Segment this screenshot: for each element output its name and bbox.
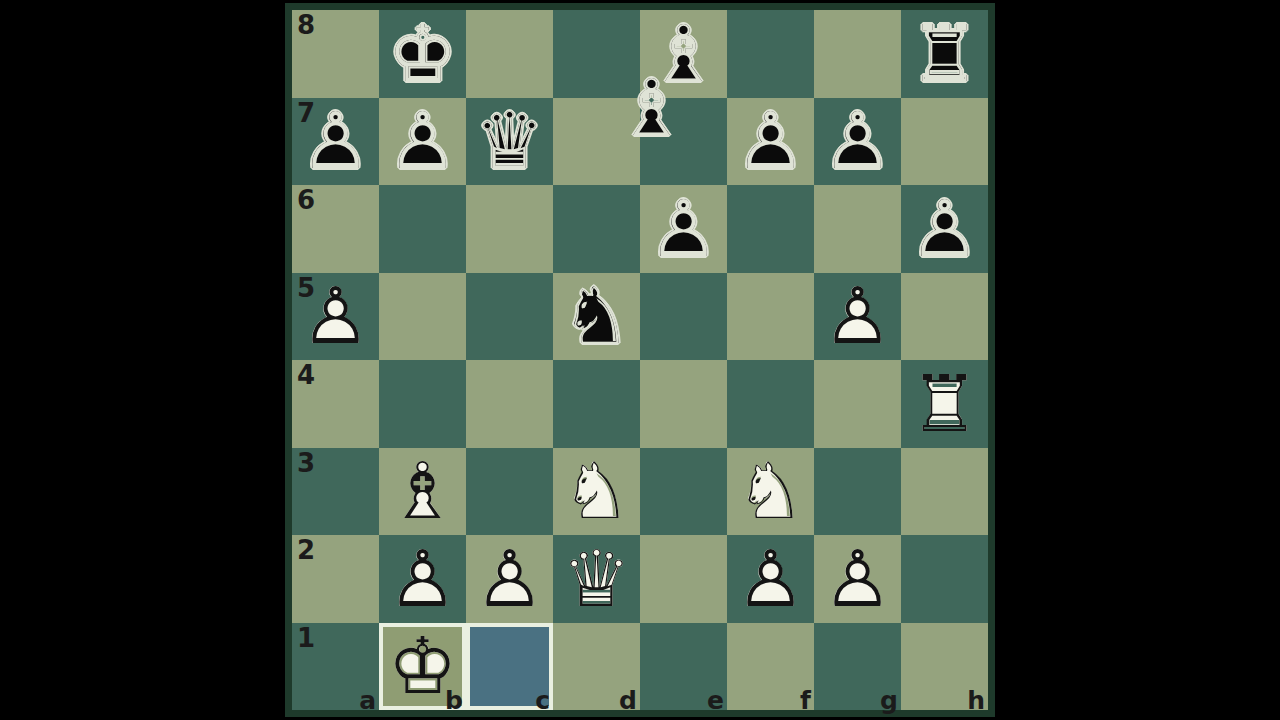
square-c4[interactable] <box>466 360 553 448</box>
chessboard: 8♚♔♝♗♜♖7♟♙♟♙♛♕♟♙♟♙6♟♙♟♙5♟♙♞♘♟♙4♜♖3♝♗♞♘♞♘… <box>292 10 988 710</box>
white-pawn-piece: ♟♙ <box>379 535 466 623</box>
square-f5[interactable] <box>727 273 814 361</box>
square-d4[interactable] <box>553 360 640 448</box>
square-d6[interactable] <box>553 185 640 273</box>
square-h7[interactable] <box>901 98 988 186</box>
white-queen-piece: ♛♕ <box>553 535 640 623</box>
square-e8[interactable]: ♝♗ <box>640 10 727 98</box>
square-e3[interactable] <box>640 448 727 536</box>
black-queen-piece: ♛♕ <box>466 98 553 186</box>
square-g1[interactable]: g <box>814 623 901 711</box>
square-d7[interactable] <box>553 98 640 186</box>
square-h2[interactable] <box>901 535 988 623</box>
square-b2[interactable]: ♟♙ <box>379 535 466 623</box>
square-c5[interactable] <box>466 273 553 361</box>
white-king-piece: ♚♔ <box>379 623 466 711</box>
square-c7[interactable]: ♛♕ <box>466 98 553 186</box>
rank-label: 2 <box>297 535 315 565</box>
square-c8[interactable] <box>466 10 553 98</box>
square-g8[interactable] <box>814 10 901 98</box>
white-pawn-piece: ♟♙ <box>466 535 553 623</box>
square-a4[interactable]: 4 <box>292 360 379 448</box>
square-d3[interactable]: ♞♘ <box>553 448 640 536</box>
file-label: d <box>619 686 637 715</box>
white-pawn-piece: ♟♙ <box>292 273 379 361</box>
square-c2[interactable]: ♟♙ <box>466 535 553 623</box>
screen-background: 8♚♔♝♗♜♖7♟♙♟♙♛♕♟♙♟♙6♟♙♟♙5♟♙♞♘♟♙4♜♖3♝♗♞♘♞♘… <box>0 0 1280 720</box>
square-b1[interactable]: b♚♔ <box>379 623 466 711</box>
white-pawn-piece: ♟♙ <box>814 273 901 361</box>
black-knight-piece: ♞♘ <box>553 273 640 361</box>
file-label: b <box>445 686 463 715</box>
file-label: c <box>535 686 550 715</box>
square-h5[interactable] <box>901 273 988 361</box>
square-f6[interactable] <box>727 185 814 273</box>
board-frame: 8♚♔♝♗♜♖7♟♙♟♙♛♕♟♙♟♙6♟♙♟♙5♟♙♞♘♟♙4♜♖3♝♗♞♘♞♘… <box>285 3 995 717</box>
square-a6[interactable]: 6 <box>292 185 379 273</box>
square-d1[interactable]: d <box>553 623 640 711</box>
square-h1[interactable]: h <box>901 623 988 711</box>
square-e4[interactable] <box>640 360 727 448</box>
square-h8[interactable]: ♜♖ <box>901 10 988 98</box>
square-e5[interactable] <box>640 273 727 361</box>
black-rook-piece: ♜♖ <box>901 10 988 98</box>
white-pawn-piece: ♟♙ <box>727 535 814 623</box>
black-king-piece: ♚♔ <box>379 10 466 98</box>
black-pawn-piece: ♟♙ <box>292 98 379 186</box>
square-g3[interactable] <box>814 448 901 536</box>
square-b5[interactable] <box>379 273 466 361</box>
square-e1[interactable]: e <box>640 623 727 711</box>
square-f7[interactable]: ♟♙ <box>727 98 814 186</box>
rank-label: 4 <box>297 360 315 390</box>
square-g6[interactable] <box>814 185 901 273</box>
black-bishop-piece: ♝♗ <box>640 10 727 98</box>
black-pawn-piece: ♟♙ <box>901 185 988 273</box>
square-c6[interactable] <box>466 185 553 273</box>
rank-label: 7 <box>297 98 315 128</box>
square-f2[interactable]: ♟♙ <box>727 535 814 623</box>
square-h6[interactable]: ♟♙ <box>901 185 988 273</box>
rank-label: 5 <box>297 273 315 303</box>
file-label: a <box>359 686 376 715</box>
black-pawn-piece: ♟♙ <box>640 185 727 273</box>
white-bishop-piece: ♝♗ <box>379 448 466 536</box>
file-label: g <box>880 686 898 715</box>
square-g7[interactable]: ♟♙ <box>814 98 901 186</box>
square-g4[interactable] <box>814 360 901 448</box>
square-a5[interactable]: 5♟♙ <box>292 273 379 361</box>
square-h3[interactable] <box>901 448 988 536</box>
white-rook-piece: ♜♖ <box>901 360 988 448</box>
white-pawn-piece: ♟♙ <box>814 535 901 623</box>
square-g2[interactable]: ♟♙ <box>814 535 901 623</box>
square-a8[interactable]: 8 <box>292 10 379 98</box>
square-b3[interactable]: ♝♗ <box>379 448 466 536</box>
rank-label: 3 <box>297 448 315 478</box>
square-f3[interactable]: ♞♘ <box>727 448 814 536</box>
square-b8[interactable]: ♚♔ <box>379 10 466 98</box>
square-d5[interactable]: ♞♘ <box>553 273 640 361</box>
rank-label: 6 <box>297 185 315 215</box>
square-g5[interactable]: ♟♙ <box>814 273 901 361</box>
square-f8[interactable] <box>727 10 814 98</box>
square-e6[interactable]: ♟♙ <box>640 185 727 273</box>
rank-label: 8 <box>297 10 315 40</box>
square-e2[interactable] <box>640 535 727 623</box>
file-label: e <box>707 686 724 715</box>
square-c3[interactable] <box>466 448 553 536</box>
black-pawn-piece: ♟♙ <box>727 98 814 186</box>
square-d2[interactable]: ♛♕ <box>553 535 640 623</box>
square-b4[interactable] <box>379 360 466 448</box>
square-a3[interactable]: 3 <box>292 448 379 536</box>
square-a7[interactable]: 7♟♙ <box>292 98 379 186</box>
square-f4[interactable] <box>727 360 814 448</box>
rank-label: 1 <box>297 623 315 653</box>
square-a1[interactable]: 1a <box>292 623 379 711</box>
square-e7[interactable] <box>640 98 727 186</box>
square-f1[interactable]: f <box>727 623 814 711</box>
white-knight-piece: ♞♘ <box>553 448 640 536</box>
black-pawn-piece: ♟♙ <box>814 98 901 186</box>
square-d8[interactable] <box>553 10 640 98</box>
white-knight-piece: ♞♘ <box>727 448 814 536</box>
square-h4[interactable]: ♜♖ <box>901 360 988 448</box>
file-label: h <box>967 686 985 715</box>
square-a2[interactable]: 2 <box>292 535 379 623</box>
square-b6[interactable] <box>379 185 466 273</box>
square-b7[interactable]: ♟♙ <box>379 98 466 186</box>
file-label: f <box>800 686 811 715</box>
square-c1[interactable]: c <box>466 623 553 711</box>
black-pawn-piece: ♟♙ <box>379 98 466 186</box>
